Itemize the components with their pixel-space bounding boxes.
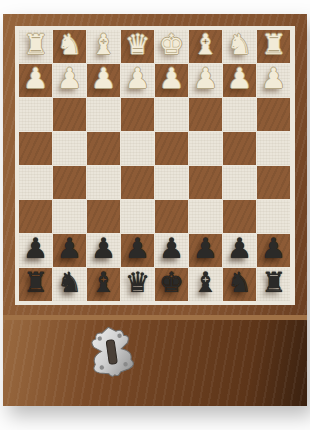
black-pawn[interactable]: ♟ [261, 235, 286, 263]
square-a1[interactable]: ♜ [19, 30, 52, 63]
square-g6[interactable] [223, 200, 256, 233]
board-border-line: ♜♞♝♛♚♝♞♜♟♟♟♟♟♟♟♟♟♟♟♟♟♟♟♟♜♞♝♛♚♝♞♜ [15, 26, 295, 305]
square-d4[interactable] [121, 132, 154, 165]
white-bishop[interactable]: ♝ [193, 31, 218, 59]
clasp-icon [84, 323, 139, 381]
square-e6[interactable] [155, 200, 188, 233]
black-king[interactable]: ♚ [159, 269, 184, 297]
square-a6[interactable] [19, 200, 52, 233]
square-e2[interactable]: ♟ [155, 64, 188, 97]
square-e4[interactable] [155, 132, 188, 165]
square-b2[interactable]: ♟ [53, 64, 86, 97]
square-d7[interactable]: ♟ [121, 234, 154, 267]
square-f7[interactable]: ♟ [189, 234, 222, 267]
square-c5[interactable] [87, 166, 120, 199]
square-c7[interactable]: ♟ [87, 234, 120, 267]
square-f6[interactable] [189, 200, 222, 233]
square-d5[interactable] [121, 166, 154, 199]
square-h5[interactable] [257, 166, 290, 199]
square-f5[interactable] [189, 166, 222, 199]
black-pawn[interactable]: ♟ [193, 235, 218, 263]
white-pawn[interactable]: ♟ [125, 65, 150, 93]
square-a4[interactable] [19, 132, 52, 165]
board-frame: ♜♞♝♛♚♝♞♜♟♟♟♟♟♟♟♟♟♟♟♟♟♟♟♟♜♞♝♛♚♝♞♜ [3, 14, 307, 315]
white-pawn[interactable]: ♟ [261, 65, 286, 93]
square-g4[interactable] [223, 132, 256, 165]
square-a2[interactable]: ♟ [19, 64, 52, 97]
white-king[interactable]: ♚ [159, 31, 184, 59]
photo-scene: ♜♞♝♛♚♝♞♜♟♟♟♟♟♟♟♟♟♟♟♟♟♟♟♟♜♞♝♛♚♝♞♜ [0, 0, 310, 430]
square-c6[interactable] [87, 200, 120, 233]
metal-clasp [84, 323, 139, 385]
square-e7[interactable]: ♟ [155, 234, 188, 267]
black-pawn[interactable]: ♟ [227, 235, 252, 263]
square-f4[interactable] [189, 132, 222, 165]
square-a8[interactable]: ♜ [19, 268, 52, 301]
square-h4[interactable] [257, 132, 290, 165]
square-a5[interactable] [19, 166, 52, 199]
square-c2[interactable]: ♟ [87, 64, 120, 97]
white-knight[interactable]: ♞ [227, 31, 252, 59]
black-queen[interactable]: ♛ [125, 269, 150, 297]
black-pawn[interactable]: ♟ [159, 235, 184, 263]
square-h6[interactable] [257, 200, 290, 233]
square-g1[interactable]: ♞ [223, 30, 256, 63]
square-d6[interactable] [121, 200, 154, 233]
square-d1[interactable]: ♛ [121, 30, 154, 63]
square-b6[interactable] [53, 200, 86, 233]
white-pawn[interactable]: ♟ [91, 65, 116, 93]
white-rook[interactable]: ♜ [261, 31, 286, 59]
square-c1[interactable]: ♝ [87, 30, 120, 63]
square-f8[interactable]: ♝ [189, 268, 222, 301]
square-a3[interactable] [19, 98, 52, 131]
white-knight[interactable]: ♞ [57, 31, 82, 59]
square-c4[interactable] [87, 132, 120, 165]
square-h8[interactable]: ♜ [257, 268, 290, 301]
square-b5[interactable] [53, 166, 86, 199]
square-b8[interactable]: ♞ [53, 268, 86, 301]
black-pawn[interactable]: ♟ [23, 235, 48, 263]
square-e1[interactable]: ♚ [155, 30, 188, 63]
square-g3[interactable] [223, 98, 256, 131]
square-g8[interactable]: ♞ [223, 268, 256, 301]
square-d2[interactable]: ♟ [121, 64, 154, 97]
square-c8[interactable]: ♝ [87, 268, 120, 301]
white-rook[interactable]: ♜ [23, 31, 48, 59]
white-pawn[interactable]: ♟ [227, 65, 252, 93]
black-bishop[interactable]: ♝ [193, 269, 218, 297]
square-e3[interactable] [155, 98, 188, 131]
white-pawn[interactable]: ♟ [57, 65, 82, 93]
white-pawn[interactable]: ♟ [23, 65, 48, 93]
square-f2[interactable]: ♟ [189, 64, 222, 97]
black-rook[interactable]: ♜ [23, 269, 48, 297]
chess-board: ♜♞♝♛♚♝♞♜♟♟♟♟♟♟♟♟♟♟♟♟♟♟♟♟♜♞♝♛♚♝♞♜ [19, 30, 291, 301]
square-b7[interactable]: ♟ [53, 234, 86, 267]
black-knight[interactable]: ♞ [57, 269, 82, 297]
square-b4[interactable] [53, 132, 86, 165]
white-queen[interactable]: ♛ [125, 31, 150, 59]
black-pawn[interactable]: ♟ [57, 235, 82, 263]
square-h2[interactable]: ♟ [257, 64, 290, 97]
square-f1[interactable]: ♝ [189, 30, 222, 63]
square-b1[interactable]: ♞ [53, 30, 86, 63]
square-f3[interactable] [189, 98, 222, 131]
box-front-panel [3, 315, 307, 406]
square-d8[interactable]: ♛ [121, 268, 154, 301]
square-g5[interactable] [223, 166, 256, 199]
square-h1[interactable]: ♜ [257, 30, 290, 63]
black-pawn[interactable]: ♟ [91, 235, 116, 263]
wooden-chess-box: ♜♞♝♛♚♝♞♜♟♟♟♟♟♟♟♟♟♟♟♟♟♟♟♟♜♞♝♛♚♝♞♜ [3, 14, 307, 406]
black-knight[interactable]: ♞ [227, 269, 252, 297]
square-h7[interactable]: ♟ [257, 234, 290, 267]
white-bishop[interactable]: ♝ [91, 31, 116, 59]
square-a7[interactable]: ♟ [19, 234, 52, 267]
square-g7[interactable]: ♟ [223, 234, 256, 267]
black-rook[interactable]: ♜ [261, 269, 286, 297]
white-pawn[interactable]: ♟ [193, 65, 218, 93]
square-e5[interactable] [155, 166, 188, 199]
white-pawn[interactable]: ♟ [159, 65, 184, 93]
square-e8[interactable]: ♚ [155, 268, 188, 301]
square-c3[interactable] [87, 98, 120, 131]
square-d3[interactable] [121, 98, 154, 131]
black-pawn[interactable]: ♟ [125, 235, 150, 263]
square-g2[interactable]: ♟ [223, 64, 256, 97]
square-b3[interactable] [53, 98, 86, 131]
square-h3[interactable] [257, 98, 290, 131]
black-bishop[interactable]: ♝ [91, 269, 116, 297]
